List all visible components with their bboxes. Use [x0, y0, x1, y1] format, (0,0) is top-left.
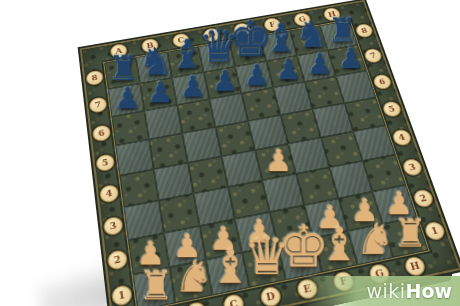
- chess-board: ABCDEFGH ABCDEFGH 87654321 87654321 ♜♞♝♛…: [78, 0, 460, 306]
- pawn-glyph: ♟: [276, 56, 302, 83]
- white-bishop[interactable]: ♝: [210, 245, 252, 289]
- rank-label-slot: 7: [87, 90, 110, 121]
- square-g7[interactable]: ♟: [297, 50, 336, 82]
- pawn-glyph: ♟: [338, 45, 363, 72]
- knight-glyph: ♞: [356, 218, 395, 259]
- rank-label-2: 2: [412, 188, 436, 208]
- rank-label-slot: 2: [105, 241, 131, 280]
- bishop-glyph: ♝: [170, 36, 205, 74]
- square-a6[interactable]: [111, 111, 149, 146]
- rank-label-slot: 8: [84, 63, 106, 93]
- square-a7[interactable]: ♟: [108, 83, 145, 116]
- white-knight[interactable]: ♞: [356, 218, 395, 259]
- pawn-glyph: ♟: [212, 67, 238, 94]
- wikihow-how-text: How: [405, 280, 452, 302]
- rank-label-6: 6: [372, 73, 393, 90]
- rank-label-1: 1: [111, 284, 133, 306]
- rank-label-5: 5: [381, 100, 403, 118]
- square-e4[interactable]: ♟: [255, 144, 296, 181]
- file-label-h: H: [403, 255, 428, 277]
- rank-label-slot: 3: [101, 208, 126, 245]
- white-rook[interactable]: ♜: [393, 215, 428, 252]
- pawn-glyph: ♟: [265, 146, 292, 175]
- rank-label-4: 4: [391, 128, 413, 147]
- knight-glyph: ♞: [139, 43, 173, 79]
- pawn-glyph: ♟: [180, 73, 206, 100]
- square-h7[interactable]: ♟: [328, 45, 367, 76]
- square-e7[interactable]: ♟: [235, 61, 273, 93]
- pawn-glyph: ♟: [147, 79, 173, 107]
- file-label-c: C: [222, 293, 246, 306]
- wikihow-wiki-text: wiki: [366, 280, 405, 302]
- pawn-glyph: ♟: [244, 62, 270, 89]
- black-knight[interactable]: ♞: [139, 43, 173, 79]
- rank-label-8: 8: [85, 69, 104, 86]
- square-c7[interactable]: ♟: [172, 72, 209, 105]
- square-d7[interactable]: ♟: [204, 67, 242, 99]
- rook-glyph: ♜: [138, 267, 174, 305]
- black-pawn[interactable]: ♟: [115, 84, 141, 112]
- pawn-glyph: ♟: [307, 50, 332, 77]
- square-a5[interactable]: [115, 139, 153, 175]
- rook-glyph: ♜: [108, 52, 139, 85]
- black-rook[interactable]: ♜: [108, 52, 139, 85]
- square-b7[interactable]: ♟: [140, 78, 177, 111]
- black-pawn[interactable]: ♟: [307, 50, 332, 77]
- white-rook[interactable]: ♜: [138, 267, 174, 305]
- black-pawn[interactable]: ♟: [338, 45, 363, 72]
- black-pawn[interactable]: ♟: [244, 62, 270, 89]
- rank-label-7: 7: [88, 96, 107, 114]
- rank-label-6: 6: [92, 124, 112, 143]
- rank-label-2: 2: [107, 249, 129, 271]
- square-f5[interactable]: [281, 109, 321, 144]
- rook-glyph: ♜: [393, 215, 428, 252]
- rank-label-slot: 6: [90, 117, 113, 150]
- white-pawn[interactable]: ♟: [265, 146, 292, 175]
- rank-label-slot: 1: [109, 275, 136, 306]
- file-label-b: B: [185, 300, 208, 306]
- square-b1[interactable]: ♞: [170, 260, 213, 303]
- white-knight[interactable]: ♞: [174, 255, 214, 297]
- rank-label-3: 3: [401, 158, 424, 178]
- black-pawn[interactable]: ♟: [212, 67, 238, 94]
- bishop-glyph: ♝: [210, 245, 252, 289]
- wikihow-watermark: wikiHow: [302, 276, 460, 306]
- square-a1[interactable]: ♜: [133, 267, 176, 306]
- black-pawn[interactable]: ♟: [180, 73, 206, 100]
- rank-label-3: 3: [103, 215, 124, 236]
- rank-label-slot: 5: [93, 146, 117, 180]
- file-label-d: D: [259, 285, 283, 306]
- pawn-glyph: ♟: [115, 84, 141, 112]
- square-f4[interactable]: [288, 138, 329, 174]
- rank-label-slot: 4: [97, 176, 122, 212]
- black-pawn[interactable]: ♟: [147, 79, 173, 107]
- photo-canvas: ABCDEFGH ABCDEFGH 87654321 87654321 ♜♞♝♛…: [0, 0, 460, 306]
- rank-label-4: 4: [99, 184, 120, 204]
- rank-label-5: 5: [95, 153, 115, 172]
- black-bishop[interactable]: ♝: [170, 36, 205, 74]
- square-c5[interactable]: [182, 127, 221, 163]
- knight-glyph: ♞: [174, 255, 214, 297]
- rank-label-7: 7: [363, 48, 384, 64]
- black-pawn[interactable]: ♟: [276, 56, 302, 83]
